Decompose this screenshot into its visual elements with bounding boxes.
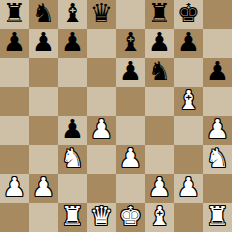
square-h8[interactable] xyxy=(203,0,232,29)
square-f8[interactable]: ♜ xyxy=(145,0,174,29)
black-pawn-icon[interactable]: ♟ xyxy=(206,57,229,86)
square-d1[interactable]: ♛ xyxy=(87,203,116,232)
square-b4[interactable] xyxy=(29,116,58,145)
white-pawn-icon[interactable]: ♟ xyxy=(90,115,113,144)
white-pawn-icon[interactable]: ♟ xyxy=(32,173,55,202)
square-d8[interactable]: ♛ xyxy=(87,0,116,29)
black-rook-icon[interactable]: ♜ xyxy=(3,0,26,28)
square-c6[interactable] xyxy=(58,58,87,87)
square-a5[interactable] xyxy=(0,87,29,116)
square-b2[interactable]: ♟ xyxy=(29,174,58,203)
black-pawn-icon[interactable]: ♟ xyxy=(61,28,84,57)
white-queen-icon[interactable]: ♛ xyxy=(90,202,113,231)
square-a3[interactable] xyxy=(0,145,29,174)
square-e4[interactable] xyxy=(116,116,145,145)
square-d2[interactable] xyxy=(87,174,116,203)
square-h6[interactable]: ♟ xyxy=(203,58,232,87)
chess-board: ♜♞♝♛♜♚♟♟♟♝♟♟♟♞♟♝♟♟♟♞♟♞♟♟♟♟♜♛♚♝♜ xyxy=(0,0,232,232)
black-queen-icon[interactable]: ♛ xyxy=(90,0,113,28)
square-g3[interactable] xyxy=(174,145,203,174)
square-e6[interactable]: ♟ xyxy=(116,58,145,87)
square-e8[interactable] xyxy=(116,0,145,29)
black-pawn-icon[interactable]: ♟ xyxy=(177,28,200,57)
square-f5[interactable] xyxy=(145,87,174,116)
square-g1[interactable] xyxy=(174,203,203,232)
square-a2[interactable]: ♟ xyxy=(0,174,29,203)
black-knight-icon[interactable]: ♞ xyxy=(32,0,55,28)
square-b3[interactable] xyxy=(29,145,58,174)
square-c4[interactable]: ♟ xyxy=(58,116,87,145)
black-knight-icon[interactable]: ♞ xyxy=(148,57,171,86)
square-d4[interactable]: ♟ xyxy=(87,116,116,145)
white-knight-icon[interactable]: ♞ xyxy=(61,144,84,173)
square-c2[interactable] xyxy=(58,174,87,203)
square-h2[interactable] xyxy=(203,174,232,203)
black-bishop-icon[interactable]: ♝ xyxy=(119,28,142,57)
white-pawn-icon[interactable]: ♟ xyxy=(119,144,142,173)
square-f4[interactable] xyxy=(145,116,174,145)
square-c7[interactable]: ♟ xyxy=(58,29,87,58)
square-c1[interactable]: ♜ xyxy=(58,203,87,232)
square-c3[interactable]: ♞ xyxy=(58,145,87,174)
square-b6[interactable] xyxy=(29,58,58,87)
white-king-icon[interactable]: ♚ xyxy=(119,202,142,231)
square-e5[interactable] xyxy=(116,87,145,116)
black-king-icon[interactable]: ♚ xyxy=(177,0,200,28)
black-bishop-icon[interactable]: ♝ xyxy=(61,0,84,28)
black-pawn-icon[interactable]: ♟ xyxy=(61,115,84,144)
square-g4[interactable] xyxy=(174,116,203,145)
white-pawn-icon[interactable]: ♟ xyxy=(3,173,26,202)
square-a6[interactable] xyxy=(0,58,29,87)
square-a7[interactable]: ♟ xyxy=(0,29,29,58)
square-b5[interactable] xyxy=(29,87,58,116)
square-f7[interactable]: ♟ xyxy=(145,29,174,58)
square-e3[interactable]: ♟ xyxy=(116,145,145,174)
square-d5[interactable] xyxy=(87,87,116,116)
square-e2[interactable] xyxy=(116,174,145,203)
square-h5[interactable] xyxy=(203,87,232,116)
square-c8[interactable]: ♝ xyxy=(58,0,87,29)
square-h1[interactable]: ♜ xyxy=(203,203,232,232)
black-pawn-icon[interactable]: ♟ xyxy=(119,57,142,86)
white-rook-icon[interactable]: ♜ xyxy=(61,202,84,231)
square-f3[interactable] xyxy=(145,145,174,174)
white-bishop-icon[interactable]: ♝ xyxy=(177,86,200,115)
square-a4[interactable] xyxy=(0,116,29,145)
square-g5[interactable]: ♝ xyxy=(174,87,203,116)
square-f1[interactable]: ♝ xyxy=(145,203,174,232)
black-pawn-icon[interactable]: ♟ xyxy=(32,28,55,57)
square-f6[interactable]: ♞ xyxy=(145,58,174,87)
square-b8[interactable]: ♞ xyxy=(29,0,58,29)
white-knight-icon[interactable]: ♞ xyxy=(206,144,229,173)
square-h7[interactable] xyxy=(203,29,232,58)
square-b1[interactable] xyxy=(29,203,58,232)
black-pawn-icon[interactable]: ♟ xyxy=(3,28,26,57)
square-e1[interactable]: ♚ xyxy=(116,203,145,232)
square-d7[interactable] xyxy=(87,29,116,58)
square-g6[interactable] xyxy=(174,58,203,87)
square-g2[interactable]: ♟ xyxy=(174,174,203,203)
square-h3[interactable]: ♞ xyxy=(203,145,232,174)
square-d3[interactable] xyxy=(87,145,116,174)
square-g7[interactable]: ♟ xyxy=(174,29,203,58)
black-pawn-icon[interactable]: ♟ xyxy=(148,28,171,57)
square-d6[interactable] xyxy=(87,58,116,87)
black-rook-icon[interactable]: ♜ xyxy=(148,0,171,28)
white-rook-icon[interactable]: ♜ xyxy=(206,202,229,231)
square-c5[interactable] xyxy=(58,87,87,116)
white-pawn-icon[interactable]: ♟ xyxy=(148,173,171,202)
white-pawn-icon[interactable]: ♟ xyxy=(177,173,200,202)
square-f2[interactable]: ♟ xyxy=(145,174,174,203)
square-h4[interactable]: ♟ xyxy=(203,116,232,145)
square-a1[interactable] xyxy=(0,203,29,232)
square-b7[interactable]: ♟ xyxy=(29,29,58,58)
square-a8[interactable]: ♜ xyxy=(0,0,29,29)
square-g8[interactable]: ♚ xyxy=(174,0,203,29)
white-pawn-icon[interactable]: ♟ xyxy=(206,115,229,144)
square-e7[interactable]: ♝ xyxy=(116,29,145,58)
white-bishop-icon[interactable]: ♝ xyxy=(148,202,171,231)
